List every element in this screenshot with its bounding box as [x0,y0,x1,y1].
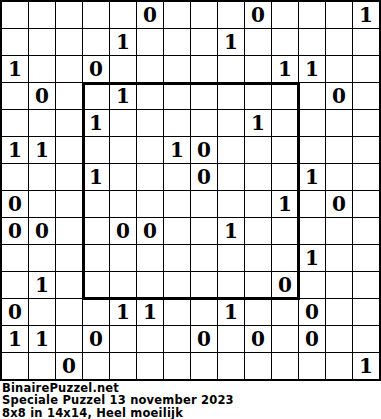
cell-r6c12[interactable] [326,164,352,190]
cell-r11c13[interactable] [353,299,379,325]
cell-r3c1: 0 [29,83,55,109]
cell-r3c9[interactable] [245,83,271,109]
cell-r10c1: 1 [29,272,55,298]
cell-r2c4[interactable] [110,56,136,82]
cell-r4c7[interactable] [191,110,217,136]
cell-r13c6[interactable] [164,353,190,379]
cell-r7c10: 1 [272,191,298,217]
cell-r0c4[interactable] [110,2,136,28]
cell-r11c9[interactable] [245,299,271,325]
cell-r12c13[interactable] [353,326,379,352]
cell-r9c9[interactable] [245,245,271,271]
cell-r4c0[interactable] [2,110,28,136]
cell-r4c8[interactable] [218,110,244,136]
cell-r1c4: 1 [110,29,136,55]
cell-r7c11[interactable] [299,191,325,217]
cell-r7c0: 0 [2,191,28,217]
cell-r0c13: 1 [353,2,379,28]
cell-r0c6[interactable] [164,2,190,28]
cell-r11c2[interactable] [56,299,82,325]
cell-r13c3[interactable] [83,353,109,379]
cell-r8c7[interactable] [191,218,217,244]
cell-r8c0: 0 [2,218,28,244]
cell-r3c3[interactable] [83,83,109,109]
cell-r8c1: 0 [29,218,55,244]
cell-r10c2[interactable] [56,272,82,298]
cell-r7c7[interactable] [191,191,217,217]
cell-r8c11[interactable] [299,218,325,244]
cell-r5c5[interactable] [137,137,163,163]
cell-r0c1[interactable] [29,2,55,28]
cell-r1c3[interactable] [83,29,109,55]
cell-r3c2[interactable] [56,83,82,109]
cell-r4c13[interactable] [353,110,379,136]
cell-r5c11[interactable] [299,137,325,163]
cell-r7c2[interactable] [56,191,82,217]
cell-r10c3[interactable] [83,272,109,298]
cell-r10c7[interactable] [191,272,217,298]
cell-r6c6[interactable] [164,164,190,190]
cell-r3c7[interactable] [191,83,217,109]
cell-r10c6[interactable] [164,272,190,298]
cell-r12c1: 1 [29,326,55,352]
cell-r13c12[interactable] [326,353,352,379]
cell-r12c3: 0 [83,326,109,352]
cell-r12c8[interactable] [218,326,244,352]
cell-r5c12[interactable] [326,137,352,163]
cell-r11c6[interactable] [164,299,190,325]
cell-r2c11: 1 [299,56,325,82]
cell-r6c5[interactable] [137,164,163,190]
cell-r9c7[interactable] [191,245,217,271]
cell-r5c2[interactable] [56,137,82,163]
cell-r12c5[interactable] [137,326,163,352]
cell-r7c4[interactable] [110,191,136,217]
cell-r9c12[interactable] [326,245,352,271]
cell-r6c4[interactable] [110,164,136,190]
puzzle-title: Speciale Puzzel 13 november 2023 [2,394,381,406]
cell-r10c13[interactable] [353,272,379,298]
cell-r9c13[interactable] [353,245,379,271]
cell-r12c12[interactable] [326,326,352,352]
cell-r0c5: 0 [137,2,163,28]
cell-r8c9[interactable] [245,218,271,244]
cell-r3c5[interactable] [137,83,163,109]
cell-r5c8[interactable] [218,137,244,163]
cell-r13c8[interactable] [218,353,244,379]
cell-r4c12[interactable] [326,110,352,136]
cell-r0c11[interactable] [299,2,325,28]
cell-r0c8[interactable] [218,2,244,28]
cell-r9c5[interactable] [137,245,163,271]
cell-r1c2[interactable] [56,29,82,55]
cell-r5c0: 1 [2,137,28,163]
cell-r10c4[interactable] [110,272,136,298]
cell-r13c13: 1 [353,353,379,379]
cell-r9c2[interactable] [56,245,82,271]
cell-r11c11: 0 [299,299,325,325]
cell-r4c9: 1 [245,110,271,136]
cell-r8c12[interactable] [326,218,352,244]
cell-r11c7[interactable] [191,299,217,325]
cell-r3c0[interactable] [2,83,28,109]
puzzle-grid: 0011110110101111101010100000111001110110… [2,2,379,379]
cell-r1c7[interactable] [191,29,217,55]
binary-puzzle-board: 0011110110101111101010100000111001110110… [0,0,381,381]
cell-r1c13[interactable] [353,29,379,55]
cell-r0c0[interactable] [2,2,28,28]
cell-r9c10[interactable] [272,245,298,271]
cell-r7c12: 0 [326,191,352,217]
cell-r3c13[interactable] [353,83,379,109]
cell-r1c8: 1 [218,29,244,55]
cell-r6c3: 1 [83,164,109,190]
cell-r9c8[interactable] [218,245,244,271]
cell-r2c5[interactable] [137,56,163,82]
cell-r2c7[interactable] [191,56,217,82]
cell-r12c2[interactable] [56,326,82,352]
cell-r1c12[interactable] [326,29,352,55]
cell-r6c1[interactable] [29,164,55,190]
cell-r0c9: 0 [245,2,271,28]
cell-r13c5[interactable] [137,353,163,379]
cell-r4c5[interactable] [137,110,163,136]
cell-r0c2[interactable] [56,2,82,28]
cell-r2c8[interactable] [218,56,244,82]
cell-r7c1[interactable] [29,191,55,217]
cell-r2c6[interactable] [164,56,190,82]
cell-r11c0: 0 [2,299,28,325]
cell-r3c4: 1 [110,83,136,109]
cell-r5c13[interactable] [353,137,379,163]
puzzle-subtitle: 8x8 in 14x14, Heel moeilijk [2,407,381,419]
cell-r3c10[interactable] [272,83,298,109]
cell-r10c12[interactable] [326,272,352,298]
cell-r13c10[interactable] [272,353,298,379]
cell-r4c11[interactable] [299,110,325,136]
cell-r7c9[interactable] [245,191,271,217]
cell-r4c3: 1 [83,110,109,136]
cell-r1c10[interactable] [272,29,298,55]
cell-r2c0: 1 [2,56,28,82]
cell-r13c7[interactable] [191,353,217,379]
cell-r5c7: 0 [191,137,217,163]
cell-r9c1[interactable] [29,245,55,271]
cell-r8c4: 0 [110,218,136,244]
cell-r10c11[interactable] [299,272,325,298]
cell-r13c4[interactable] [110,353,136,379]
cell-r3c8[interactable] [218,83,244,109]
cell-r4c6[interactable] [164,110,190,136]
cell-r5c9[interactable] [245,137,271,163]
cell-r5c10[interactable] [272,137,298,163]
cell-r12c0: 1 [2,326,28,352]
cell-r4c2[interactable] [56,110,82,136]
cell-r1c11[interactable] [299,29,325,55]
cell-r0c3[interactable] [83,2,109,28]
cell-r1c0[interactable] [2,29,28,55]
cell-r6c8[interactable] [218,164,244,190]
cell-r5c4[interactable] [110,137,136,163]
cell-r13c11[interactable] [299,353,325,379]
cell-r2c1[interactable] [29,56,55,82]
cell-r9c3[interactable] [83,245,109,271]
cell-r2c12[interactable] [326,56,352,82]
cell-r8c6[interactable] [164,218,190,244]
cell-r1c9[interactable] [245,29,271,55]
cell-r10c9[interactable] [245,272,271,298]
cell-r7c6[interactable] [164,191,190,217]
cell-r0c7[interactable] [191,2,217,28]
cell-r3c11[interactable] [299,83,325,109]
cell-r10c0[interactable] [2,272,28,298]
cell-r1c1[interactable] [29,29,55,55]
footer: BinairePuzzel.net Speciale Puzzel 13 nov… [0,381,381,419]
cell-r3c6[interactable] [164,83,190,109]
cell-r1c5[interactable] [137,29,163,55]
cell-r2c9[interactable] [245,56,271,82]
cell-r8c13[interactable] [353,218,379,244]
cell-r4c1[interactable] [29,110,55,136]
cell-r10c10: 0 [272,272,298,298]
cell-r9c4[interactable] [110,245,136,271]
cell-r12c6[interactable] [164,326,190,352]
cell-r4c4[interactable] [110,110,136,136]
cell-r0c12[interactable] [326,2,352,28]
cell-r10c8[interactable] [218,272,244,298]
cell-r13c0[interactable] [2,353,28,379]
cell-r2c10: 1 [272,56,298,82]
cell-r11c4: 1 [110,299,136,325]
cell-r2c13[interactable] [353,56,379,82]
cell-r11c3[interactable] [83,299,109,325]
cell-r8c8: 1 [218,218,244,244]
cell-r6c0[interactable] [2,164,28,190]
cell-r8c3[interactable] [83,218,109,244]
cell-r11c10[interactable] [272,299,298,325]
cell-r8c2[interactable] [56,218,82,244]
cell-r10c5[interactable] [137,272,163,298]
cell-r11c5: 1 [137,299,163,325]
cell-r5c6: 1 [164,137,190,163]
cell-r6c10[interactable] [272,164,298,190]
cell-r11c12[interactable] [326,299,352,325]
cell-r2c2[interactable] [56,56,82,82]
cell-r2c3: 0 [83,56,109,82]
cell-r8c5: 0 [137,218,163,244]
cell-r13c9[interactable] [245,353,271,379]
puzzle-page: 0011110110101111101010100000111001110110… [0,0,381,419]
cell-r12c7: 0 [191,326,217,352]
cell-r13c1[interactable] [29,353,55,379]
cell-r12c10[interactable] [272,326,298,352]
cell-r13c2: 0 [56,353,82,379]
cell-r5c1: 1 [29,137,55,163]
cell-r7c13[interactable] [353,191,379,217]
cell-r6c7: 0 [191,164,217,190]
cell-r8c10[interactable] [272,218,298,244]
cell-r6c11: 1 [299,164,325,190]
cell-r6c13[interactable] [353,164,379,190]
cell-r4c10[interactable] [272,110,298,136]
cell-r0c10[interactable] [272,2,298,28]
cell-r1c6[interactable] [164,29,190,55]
cell-r9c11: 1 [299,245,325,271]
cell-r9c0[interactable] [2,245,28,271]
cell-r12c11: 0 [299,326,325,352]
cell-r6c2[interactable] [56,164,82,190]
cell-r5c3[interactable] [83,137,109,163]
cell-r12c4[interactable] [110,326,136,352]
cell-r7c3[interactable] [83,191,109,217]
cell-r9c6[interactable] [164,245,190,271]
cell-r7c8[interactable] [218,191,244,217]
cell-r6c9[interactable] [245,164,271,190]
cell-r11c1[interactable] [29,299,55,325]
cell-r3c12: 0 [326,83,352,109]
cell-r12c9: 0 [245,326,271,352]
cell-r7c5[interactable] [137,191,163,217]
cell-r11c8: 1 [218,299,244,325]
